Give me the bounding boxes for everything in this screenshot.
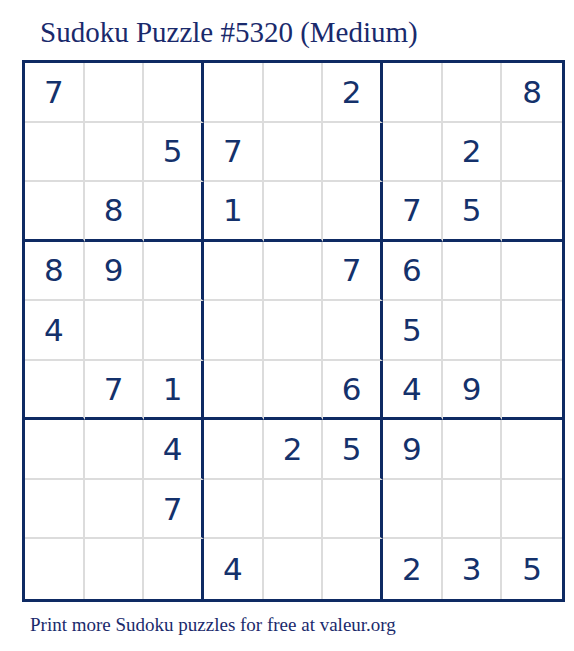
cell-r8c6: [323, 480, 383, 540]
cell-r8c7: [383, 480, 443, 540]
cell-r3c5: [264, 182, 324, 242]
sudoku-board: 728572817589764571649425974235: [22, 60, 565, 602]
cell-r9c1: [25, 539, 85, 599]
cell-r3c9: [502, 182, 562, 242]
cell-r3c8: 5: [443, 182, 503, 242]
cell-r8c2: [85, 480, 145, 540]
cell-r5c7: 5: [383, 301, 443, 361]
cell-r8c5: [264, 480, 324, 540]
cell-r1c6: 2: [323, 63, 383, 123]
cell-r7c4: [204, 420, 264, 480]
cell-r2c8: 2: [443, 123, 503, 183]
cell-r8c9: [502, 480, 562, 540]
cell-r1c2: [85, 63, 145, 123]
cell-r4c4: [204, 242, 264, 302]
cell-r6c9: [502, 361, 562, 421]
cell-r2c6: [323, 123, 383, 183]
cell-r9c4: 4: [204, 539, 264, 599]
cell-r6c6: 6: [323, 361, 383, 421]
cell-r1c5: [264, 63, 324, 123]
cell-r2c2: [85, 123, 145, 183]
cell-r5c1: 4: [25, 301, 85, 361]
cell-r6c8: 9: [443, 361, 503, 421]
cell-r7c6: 5: [323, 420, 383, 480]
cell-r5c2: [85, 301, 145, 361]
cell-r2c3: 5: [144, 123, 204, 183]
cell-r8c3: 7: [144, 480, 204, 540]
cell-r4c3: [144, 242, 204, 302]
cell-r5c9: [502, 301, 562, 361]
cell-r9c8: 3: [443, 539, 503, 599]
cell-r7c9: [502, 420, 562, 480]
cell-r9c3: [144, 539, 204, 599]
cell-r8c8: [443, 480, 503, 540]
cell-r1c8: [443, 63, 503, 123]
cell-r6c5: [264, 361, 324, 421]
cell-r7c5: 2: [264, 420, 324, 480]
cell-r2c4: 7: [204, 123, 264, 183]
cell-r4c1: 8: [25, 242, 85, 302]
cell-r4c9: [502, 242, 562, 302]
cell-r8c4: [204, 480, 264, 540]
cell-r8c1: [25, 480, 85, 540]
cell-r3c4: 1: [204, 182, 264, 242]
puzzle-page: Sudoku Puzzle #5320 (Medium) 72857281758…: [0, 0, 574, 651]
cell-r3c7: 7: [383, 182, 443, 242]
cell-r4c5: [264, 242, 324, 302]
cell-r9c6: [323, 539, 383, 599]
cell-r5c5: [264, 301, 324, 361]
cell-r2c5: [264, 123, 324, 183]
cell-r4c2: 9: [85, 242, 145, 302]
cell-r7c3: 4: [144, 420, 204, 480]
cell-r1c3: [144, 63, 204, 123]
cell-r5c6: [323, 301, 383, 361]
cell-r6c2: 7: [85, 361, 145, 421]
cell-r2c7: [383, 123, 443, 183]
cell-r7c1: [25, 420, 85, 480]
cell-r7c2: [85, 420, 145, 480]
cell-r4c7: 6: [383, 242, 443, 302]
cell-r4c8: [443, 242, 503, 302]
cell-r6c7: 4: [383, 361, 443, 421]
cell-r1c1: 7: [25, 63, 85, 123]
cell-r9c2: [85, 539, 145, 599]
cell-r6c3: 1: [144, 361, 204, 421]
cell-r3c3: [144, 182, 204, 242]
cell-r4c6: 7: [323, 242, 383, 302]
cell-r7c8: [443, 420, 503, 480]
cell-r3c6: [323, 182, 383, 242]
cell-r9c7: 2: [383, 539, 443, 599]
cell-r9c9: 5: [502, 539, 562, 599]
cell-r2c1: [25, 123, 85, 183]
cell-r5c4: [204, 301, 264, 361]
cell-r1c7: [383, 63, 443, 123]
footer-text: Print more Sudoku puzzles for free at va…: [30, 612, 396, 638]
cell-r5c8: [443, 301, 503, 361]
cell-r1c9: 8: [502, 63, 562, 123]
puzzle-title: Sudoku Puzzle #5320 (Medium): [40, 14, 418, 50]
cell-r3c1: [25, 182, 85, 242]
cell-r6c1: [25, 361, 85, 421]
cell-r1c4: [204, 63, 264, 123]
cell-r6c4: [204, 361, 264, 421]
cell-r5c3: [144, 301, 204, 361]
cell-r7c7: 9: [383, 420, 443, 480]
cell-r2c9: [502, 123, 562, 183]
cell-r3c2: 8: [85, 182, 145, 242]
cell-r9c5: [264, 539, 324, 599]
